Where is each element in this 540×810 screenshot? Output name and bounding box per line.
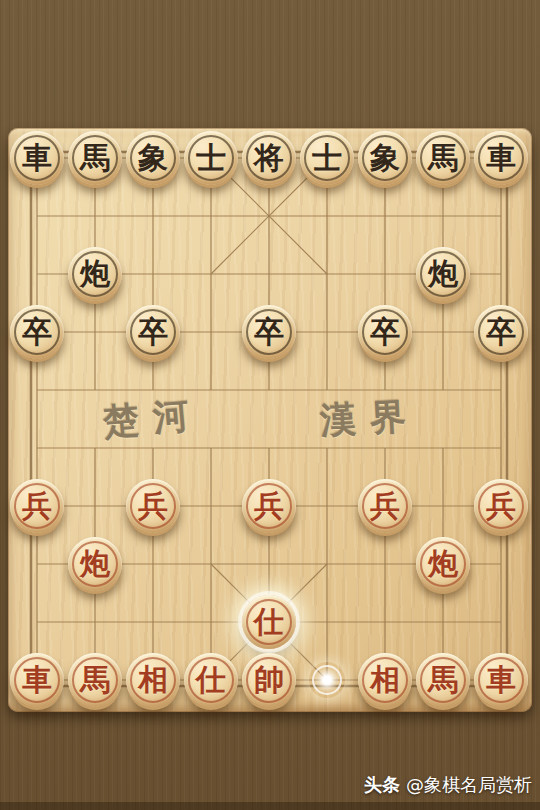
piece-red-general[interactable]: 帥: [242, 653, 296, 707]
river-label-han: 漢界: [319, 392, 421, 446]
piece-black-advisor[interactable]: 士: [300, 131, 354, 185]
piece-black-soldier[interactable]: 卒: [474, 305, 528, 359]
piece-red-soldier[interactable]: 兵: [126, 479, 180, 533]
piece-black-elephant[interactable]: 象: [126, 131, 180, 185]
piece-black-chariot[interactable]: 車: [474, 131, 528, 185]
piece-black-general[interactable]: 将: [242, 131, 296, 185]
game-screen: 楚河 漢界 車馬象士将士象馬車炮炮卒卒卒卒卒兵兵兵兵兵炮炮仕車馬相仕帥相馬車 头…: [0, 0, 540, 810]
watermark-handle: @象棋名局赏析: [406, 774, 532, 795]
piece-black-horse[interactable]: 馬: [68, 131, 122, 185]
watermark-brand: 头条: [364, 774, 400, 795]
piece-black-cannon[interactable]: 炮: [416, 247, 470, 301]
piece-red-chariot[interactable]: 車: [10, 653, 64, 707]
piece-red-chariot[interactable]: 車: [474, 653, 528, 707]
watermark: 头条@象棋名局赏析: [364, 773, 532, 797]
xiangqi-board[interactable]: 楚河 漢界 車馬象士将士象馬車炮炮卒卒卒卒卒兵兵兵兵兵炮炮仕車馬相仕帥相馬車: [8, 128, 532, 712]
piece-black-soldier[interactable]: 卒: [126, 305, 180, 359]
piece-black-chariot[interactable]: 車: [10, 131, 64, 185]
piece-red-advisor[interactable]: 仕: [242, 595, 296, 649]
piece-black-cannon[interactable]: 炮: [68, 247, 122, 301]
move-origin-marker: [309, 662, 345, 698]
piece-red-soldier[interactable]: 兵: [10, 479, 64, 533]
piece-black-horse[interactable]: 馬: [416, 131, 470, 185]
piece-black-soldier[interactable]: 卒: [358, 305, 412, 359]
piece-red-horse[interactable]: 馬: [416, 653, 470, 707]
river-label-chu: 楚河: [101, 390, 205, 448]
piece-red-advisor[interactable]: 仕: [184, 653, 238, 707]
piece-red-cannon[interactable]: 炮: [416, 537, 470, 591]
piece-black-advisor[interactable]: 士: [184, 131, 238, 185]
piece-red-soldier[interactable]: 兵: [474, 479, 528, 533]
piece-red-elephant[interactable]: 相: [358, 653, 412, 707]
piece-black-soldier[interactable]: 卒: [242, 305, 296, 359]
piece-red-horse[interactable]: 馬: [68, 653, 122, 707]
piece-red-soldier[interactable]: 兵: [358, 479, 412, 533]
piece-red-soldier[interactable]: 兵: [242, 479, 296, 533]
piece-black-elephant[interactable]: 象: [358, 131, 412, 185]
piece-red-cannon[interactable]: 炮: [68, 537, 122, 591]
piece-black-soldier[interactable]: 卒: [10, 305, 64, 359]
piece-red-elephant[interactable]: 相: [126, 653, 180, 707]
